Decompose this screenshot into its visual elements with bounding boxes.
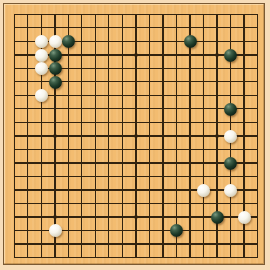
intersection[interactable] xyxy=(224,210,238,224)
intersection[interactable] xyxy=(102,102,116,116)
intersection[interactable] xyxy=(183,143,197,157)
intersection[interactable] xyxy=(170,75,184,89)
intersection[interactable] xyxy=(251,116,265,130)
intersection[interactable] xyxy=(21,224,35,238)
intersection[interactable] xyxy=(224,170,238,184)
intersection[interactable] xyxy=(8,48,22,62)
intersection[interactable] xyxy=(210,197,224,211)
intersection[interactable] xyxy=(237,183,251,197)
intersection[interactable] xyxy=(8,143,22,157)
intersection[interactable] xyxy=(89,62,103,76)
intersection[interactable] xyxy=(35,197,49,211)
intersection[interactable] xyxy=(183,35,197,49)
intersection[interactable] xyxy=(62,210,76,224)
intersection[interactable] xyxy=(62,251,76,265)
intersection[interactable] xyxy=(210,102,224,116)
intersection[interactable] xyxy=(183,102,197,116)
intersection[interactable] xyxy=(143,102,157,116)
intersection[interactable] xyxy=(89,183,103,197)
intersection[interactable] xyxy=(8,35,22,49)
intersection[interactable] xyxy=(48,210,62,224)
intersection[interactable] xyxy=(102,251,116,265)
intersection[interactable] xyxy=(143,8,157,22)
intersection[interactable] xyxy=(170,8,184,22)
intersection[interactable] xyxy=(156,224,170,238)
intersection[interactable] xyxy=(197,75,211,89)
intersection[interactable] xyxy=(21,116,35,130)
intersection[interactable] xyxy=(35,156,49,170)
intersection[interactable] xyxy=(8,183,22,197)
intersection[interactable] xyxy=(102,89,116,103)
intersection[interactable] xyxy=(143,89,157,103)
intersection[interactable] xyxy=(75,75,89,89)
intersection[interactable] xyxy=(48,197,62,211)
intersection[interactable] xyxy=(210,8,224,22)
intersection[interactable] xyxy=(170,21,184,35)
intersection[interactable] xyxy=(170,170,184,184)
intersection[interactable] xyxy=(210,143,224,157)
intersection[interactable] xyxy=(75,89,89,103)
intersection[interactable] xyxy=(62,8,76,22)
intersection[interactable] xyxy=(237,210,251,224)
intersection[interactable] xyxy=(48,35,62,49)
intersection[interactable] xyxy=(35,224,49,238)
intersection[interactable] xyxy=(75,251,89,265)
intersection[interactable] xyxy=(251,197,265,211)
intersection[interactable] xyxy=(224,75,238,89)
intersection[interactable] xyxy=(35,129,49,143)
intersection[interactable] xyxy=(251,210,265,224)
intersection[interactable] xyxy=(170,183,184,197)
intersection[interactable] xyxy=(129,129,143,143)
intersection[interactable] xyxy=(143,21,157,35)
intersection[interactable] xyxy=(210,156,224,170)
intersection[interactable] xyxy=(143,210,157,224)
intersection[interactable] xyxy=(21,210,35,224)
intersection[interactable] xyxy=(143,143,157,157)
intersection[interactable] xyxy=(224,129,238,143)
intersection[interactable] xyxy=(210,183,224,197)
intersection[interactable] xyxy=(75,35,89,49)
intersection[interactable] xyxy=(197,224,211,238)
intersection[interactable] xyxy=(8,237,22,251)
intersection[interactable] xyxy=(21,8,35,22)
intersection[interactable] xyxy=(116,8,130,22)
intersection[interactable] xyxy=(210,224,224,238)
intersection[interactable] xyxy=(75,197,89,211)
intersection[interactable] xyxy=(224,102,238,116)
intersection[interactable] xyxy=(251,156,265,170)
intersection[interactable] xyxy=(21,62,35,76)
intersection[interactable] xyxy=(21,156,35,170)
intersection[interactable] xyxy=(21,102,35,116)
intersection[interactable] xyxy=(62,35,76,49)
intersection[interactable] xyxy=(129,48,143,62)
intersection[interactable] xyxy=(116,48,130,62)
intersection[interactable] xyxy=(116,89,130,103)
intersection[interactable] xyxy=(116,197,130,211)
intersection[interactable] xyxy=(197,129,211,143)
intersection[interactable] xyxy=(35,62,49,76)
intersection[interactable] xyxy=(21,170,35,184)
intersection[interactable] xyxy=(210,116,224,130)
intersection[interactable] xyxy=(35,48,49,62)
intersection[interactable] xyxy=(143,75,157,89)
intersection[interactable] xyxy=(251,129,265,143)
intersection[interactable] xyxy=(170,102,184,116)
intersection[interactable] xyxy=(102,8,116,22)
intersection[interactable] xyxy=(48,170,62,184)
intersection[interactable] xyxy=(197,183,211,197)
intersection[interactable] xyxy=(48,143,62,157)
intersection[interactable] xyxy=(62,183,76,197)
intersection[interactable] xyxy=(75,170,89,184)
intersection[interactable] xyxy=(35,183,49,197)
intersection[interactable] xyxy=(35,102,49,116)
intersection[interactable] xyxy=(75,183,89,197)
intersection[interactable] xyxy=(224,197,238,211)
intersection[interactable] xyxy=(116,237,130,251)
intersection[interactable] xyxy=(183,89,197,103)
intersection[interactable] xyxy=(129,156,143,170)
intersection[interactable] xyxy=(237,143,251,157)
intersection[interactable] xyxy=(35,116,49,130)
intersection[interactable] xyxy=(170,224,184,238)
intersection[interactable] xyxy=(197,197,211,211)
intersection[interactable] xyxy=(8,75,22,89)
intersection[interactable] xyxy=(224,89,238,103)
intersection[interactable] xyxy=(62,197,76,211)
intersection[interactable] xyxy=(237,102,251,116)
intersection[interactable] xyxy=(156,102,170,116)
intersection[interactable] xyxy=(224,156,238,170)
intersection[interactable] xyxy=(183,251,197,265)
intersection[interactable] xyxy=(197,62,211,76)
intersection[interactable] xyxy=(170,89,184,103)
intersection[interactable] xyxy=(62,62,76,76)
intersection[interactable] xyxy=(35,8,49,22)
intersection[interactable] xyxy=(75,129,89,143)
intersection[interactable] xyxy=(143,183,157,197)
intersection[interactable] xyxy=(197,116,211,130)
intersection[interactable] xyxy=(8,210,22,224)
intersection[interactable] xyxy=(197,89,211,103)
intersection[interactable] xyxy=(102,197,116,211)
intersection[interactable] xyxy=(89,237,103,251)
intersection[interactable] xyxy=(237,197,251,211)
intersection[interactable] xyxy=(143,62,157,76)
intersection[interactable] xyxy=(237,75,251,89)
intersection[interactable] xyxy=(251,143,265,157)
intersection[interactable] xyxy=(48,156,62,170)
intersection[interactable] xyxy=(62,89,76,103)
intersection[interactable] xyxy=(129,35,143,49)
intersection[interactable] xyxy=(116,116,130,130)
intersection[interactable] xyxy=(89,251,103,265)
intersection[interactable] xyxy=(89,35,103,49)
intersection[interactable] xyxy=(197,8,211,22)
intersection[interactable] xyxy=(102,129,116,143)
intersection[interactable] xyxy=(251,8,265,22)
intersection[interactable] xyxy=(21,251,35,265)
intersection[interactable] xyxy=(21,197,35,211)
intersection[interactable] xyxy=(89,48,103,62)
intersection[interactable] xyxy=(21,89,35,103)
intersection[interactable] xyxy=(35,89,49,103)
intersection[interactable] xyxy=(89,129,103,143)
intersection[interactable] xyxy=(102,21,116,35)
intersection[interactable] xyxy=(251,102,265,116)
intersection[interactable] xyxy=(156,183,170,197)
intersection[interactable] xyxy=(48,89,62,103)
intersection[interactable] xyxy=(21,129,35,143)
intersection[interactable] xyxy=(75,156,89,170)
intersection[interactable] xyxy=(129,210,143,224)
intersection[interactable] xyxy=(35,35,49,49)
intersection[interactable] xyxy=(89,8,103,22)
intersection[interactable] xyxy=(224,35,238,49)
intersection[interactable] xyxy=(116,170,130,184)
intersection[interactable] xyxy=(237,129,251,143)
intersection[interactable] xyxy=(156,116,170,130)
intersection[interactable] xyxy=(102,75,116,89)
intersection[interactable] xyxy=(224,8,238,22)
intersection[interactable] xyxy=(170,251,184,265)
intersection[interactable] xyxy=(102,156,116,170)
intersection[interactable] xyxy=(48,183,62,197)
intersection[interactable] xyxy=(102,210,116,224)
intersection[interactable] xyxy=(89,156,103,170)
intersection[interactable] xyxy=(170,156,184,170)
intersection[interactable] xyxy=(197,102,211,116)
intersection[interactable] xyxy=(35,21,49,35)
intersection[interactable] xyxy=(129,116,143,130)
intersection[interactable] xyxy=(210,129,224,143)
intersection[interactable] xyxy=(102,143,116,157)
intersection[interactable] xyxy=(210,21,224,35)
intersection[interactable] xyxy=(197,35,211,49)
intersection[interactable] xyxy=(156,8,170,22)
intersection[interactable] xyxy=(8,102,22,116)
intersection[interactable] xyxy=(156,48,170,62)
intersection[interactable] xyxy=(183,237,197,251)
intersection[interactable] xyxy=(143,237,157,251)
intersection[interactable] xyxy=(129,237,143,251)
intersection[interactable] xyxy=(210,35,224,49)
intersection[interactable] xyxy=(197,143,211,157)
intersection[interactable] xyxy=(237,170,251,184)
intersection[interactable] xyxy=(89,197,103,211)
intersection[interactable] xyxy=(8,251,22,265)
intersection[interactable] xyxy=(129,62,143,76)
intersection[interactable] xyxy=(129,143,143,157)
intersection[interactable] xyxy=(156,251,170,265)
intersection[interactable] xyxy=(224,251,238,265)
intersection[interactable] xyxy=(48,21,62,35)
intersection[interactable] xyxy=(116,129,130,143)
intersection[interactable] xyxy=(224,183,238,197)
intersection[interactable] xyxy=(210,210,224,224)
intersection[interactable] xyxy=(48,116,62,130)
intersection[interactable] xyxy=(183,129,197,143)
intersection[interactable] xyxy=(116,21,130,35)
intersection[interactable] xyxy=(237,156,251,170)
intersection[interactable] xyxy=(251,48,265,62)
intersection[interactable] xyxy=(251,21,265,35)
intersection[interactable] xyxy=(8,129,22,143)
intersection[interactable] xyxy=(102,62,116,76)
intersection[interactable] xyxy=(116,156,130,170)
intersection[interactable] xyxy=(170,143,184,157)
intersection[interactable] xyxy=(35,170,49,184)
intersection[interactable] xyxy=(210,251,224,265)
intersection[interactable] xyxy=(183,197,197,211)
intersection[interactable] xyxy=(62,170,76,184)
intersection[interactable] xyxy=(183,8,197,22)
intersection[interactable] xyxy=(143,116,157,130)
intersection[interactable] xyxy=(75,237,89,251)
intersection[interactable] xyxy=(210,48,224,62)
intersection[interactable] xyxy=(75,210,89,224)
intersection[interactable] xyxy=(237,35,251,49)
intersection[interactable] xyxy=(251,35,265,49)
intersection[interactable] xyxy=(237,224,251,238)
intersection[interactable] xyxy=(156,35,170,49)
intersection[interactable] xyxy=(62,102,76,116)
intersection[interactable] xyxy=(48,75,62,89)
intersection[interactable] xyxy=(156,62,170,76)
intersection[interactable] xyxy=(143,197,157,211)
intersection[interactable] xyxy=(251,75,265,89)
intersection[interactable] xyxy=(197,237,211,251)
intersection[interactable] xyxy=(89,143,103,157)
intersection[interactable] xyxy=(143,35,157,49)
intersection[interactable] xyxy=(35,143,49,157)
intersection[interactable] xyxy=(35,75,49,89)
intersection[interactable] xyxy=(75,224,89,238)
intersection[interactable] xyxy=(48,102,62,116)
intersection[interactable] xyxy=(143,170,157,184)
intersection[interactable] xyxy=(75,62,89,76)
intersection[interactable] xyxy=(170,48,184,62)
intersection[interactable] xyxy=(75,8,89,22)
intersection[interactable] xyxy=(35,251,49,265)
intersection[interactable] xyxy=(116,143,130,157)
intersection[interactable] xyxy=(210,89,224,103)
intersection[interactable] xyxy=(116,183,130,197)
intersection[interactable] xyxy=(156,170,170,184)
intersection[interactable] xyxy=(102,35,116,49)
intersection[interactable] xyxy=(129,251,143,265)
intersection[interactable] xyxy=(116,210,130,224)
intersection[interactable] xyxy=(156,129,170,143)
intersection[interactable] xyxy=(89,224,103,238)
intersection[interactable] xyxy=(197,210,211,224)
intersection[interactable] xyxy=(183,75,197,89)
intersection[interactable] xyxy=(183,224,197,238)
intersection[interactable] xyxy=(129,224,143,238)
intersection[interactable] xyxy=(62,224,76,238)
intersection[interactable] xyxy=(251,224,265,238)
intersection[interactable] xyxy=(183,48,197,62)
intersection[interactable] xyxy=(237,89,251,103)
intersection[interactable] xyxy=(170,62,184,76)
intersection[interactable] xyxy=(170,35,184,49)
intersection[interactable] xyxy=(156,75,170,89)
intersection[interactable] xyxy=(48,224,62,238)
intersection[interactable] xyxy=(48,62,62,76)
intersection[interactable] xyxy=(48,237,62,251)
intersection[interactable] xyxy=(102,170,116,184)
intersection[interactable] xyxy=(170,237,184,251)
intersection[interactable] xyxy=(183,183,197,197)
intersection[interactable] xyxy=(237,21,251,35)
intersection[interactable] xyxy=(48,251,62,265)
intersection[interactable] xyxy=(237,251,251,265)
intersection[interactable] xyxy=(75,143,89,157)
intersection[interactable] xyxy=(102,183,116,197)
intersection[interactable] xyxy=(129,183,143,197)
intersection[interactable] xyxy=(62,237,76,251)
intersection[interactable] xyxy=(75,48,89,62)
intersection[interactable] xyxy=(21,75,35,89)
intersection[interactable] xyxy=(89,89,103,103)
intersection[interactable] xyxy=(197,170,211,184)
intersection[interactable] xyxy=(197,48,211,62)
intersection[interactable] xyxy=(237,237,251,251)
intersection[interactable] xyxy=(251,237,265,251)
intersection[interactable] xyxy=(62,48,76,62)
intersection[interactable] xyxy=(62,21,76,35)
intersection[interactable] xyxy=(89,75,103,89)
intersection[interactable] xyxy=(62,116,76,130)
intersection[interactable] xyxy=(156,210,170,224)
intersection[interactable] xyxy=(116,75,130,89)
intersection[interactable] xyxy=(8,8,22,22)
intersection[interactable] xyxy=(156,156,170,170)
intersection[interactable] xyxy=(62,143,76,157)
intersection[interactable] xyxy=(210,75,224,89)
intersection[interactable] xyxy=(224,21,238,35)
intersection[interactable] xyxy=(224,224,238,238)
intersection[interactable] xyxy=(35,237,49,251)
intersection[interactable] xyxy=(89,21,103,35)
intersection[interactable] xyxy=(183,156,197,170)
intersection[interactable] xyxy=(8,116,22,130)
intersection[interactable] xyxy=(129,89,143,103)
intersection[interactable] xyxy=(183,62,197,76)
intersection[interactable] xyxy=(62,156,76,170)
intersection[interactable] xyxy=(8,89,22,103)
intersection[interactable] xyxy=(170,116,184,130)
intersection[interactable] xyxy=(183,116,197,130)
intersection[interactable] xyxy=(224,237,238,251)
intersection[interactable] xyxy=(183,21,197,35)
intersection[interactable] xyxy=(156,89,170,103)
intersection[interactable] xyxy=(170,197,184,211)
intersection[interactable] xyxy=(129,75,143,89)
intersection[interactable] xyxy=(156,197,170,211)
intersection[interactable] xyxy=(170,210,184,224)
intersection[interactable] xyxy=(116,35,130,49)
intersection[interactable] xyxy=(251,183,265,197)
intersection[interactable] xyxy=(251,89,265,103)
intersection[interactable] xyxy=(21,183,35,197)
intersection[interactable] xyxy=(224,48,238,62)
intersection[interactable] xyxy=(21,237,35,251)
intersection[interactable] xyxy=(8,170,22,184)
intersection[interactable] xyxy=(210,62,224,76)
